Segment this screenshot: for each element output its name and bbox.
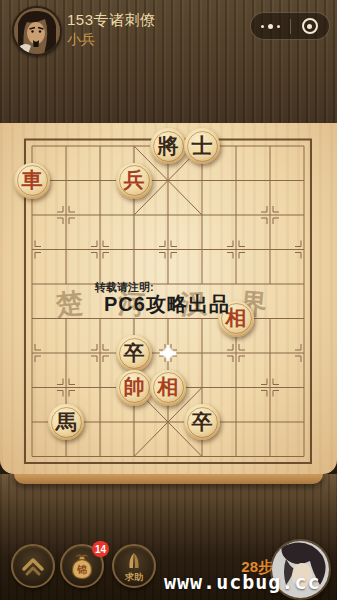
site-watermark: www.ucbug.cc (164, 570, 321, 594)
dot-icon (261, 25, 264, 28)
hint-bag-button[interactable]: 锦 14 (60, 544, 104, 588)
piece-black-general[interactable]: 將 (150, 128, 186, 164)
piece-glyph: 帥 (124, 377, 145, 398)
piece-black-horse[interactable]: 馬 (48, 404, 84, 440)
level-title: 153专诸刺僚 (67, 11, 156, 30)
player-avatar (12, 6, 62, 56)
piece-black-soldier[interactable]: 卒 (184, 404, 220, 440)
hint-count-badge: 14 (92, 541, 109, 557)
chevron-up-icon (19, 554, 47, 578)
piece-glyph: 將 (158, 136, 179, 157)
player-portrait (14, 8, 60, 54)
help-label: 求助 (114, 571, 154, 584)
piece-glyph: 馬 (56, 412, 77, 433)
dot-icon (268, 24, 273, 29)
circle-dot-icon (302, 18, 318, 34)
miniprogram-capsule (250, 12, 330, 40)
ask-help-button[interactable]: 求助 (112, 544, 156, 588)
piece-glyph: 卒 (124, 343, 145, 364)
piece-red-general[interactable]: 帥 (116, 370, 152, 406)
piece-black-advisor[interactable]: 士 (184, 128, 220, 164)
piece-red-chariot[interactable]: 車 (14, 163, 50, 199)
praying-hands-icon (123, 551, 145, 573)
exit-button[interactable] (291, 13, 330, 39)
piece-glyph: 卒 (192, 412, 213, 433)
piece-glyph: 車 (22, 170, 43, 191)
expand-button[interactable] (11, 544, 55, 588)
piece-glyph: 兵 (124, 170, 145, 191)
money-bag-icon: 锦 (68, 552, 96, 580)
move-hint-marker (160, 345, 176, 361)
piece-red-soldier[interactable]: 兵 (116, 163, 152, 199)
more-button[interactable] (251, 13, 290, 39)
app-screen: 153专诸刺僚 小兵 楚 河 汉 界 將士車兵相卒帥相馬卒 转载请注明: PC6… (0, 0, 337, 600)
header-bar: 153专诸刺僚 小兵 (0, 0, 337, 123)
watermark-brand: PC6攻略出品 (104, 291, 230, 318)
piece-glyph: 相 (158, 377, 179, 398)
piece-red-elephant[interactable]: 相 (150, 370, 186, 406)
piece-glyph: 士 (192, 136, 213, 157)
level-subtitle: 小兵 (67, 31, 95, 49)
bag-char: 锦 (76, 564, 87, 575)
piece-black-soldier[interactable]: 卒 (116, 335, 152, 371)
dot-icon (277, 25, 280, 28)
